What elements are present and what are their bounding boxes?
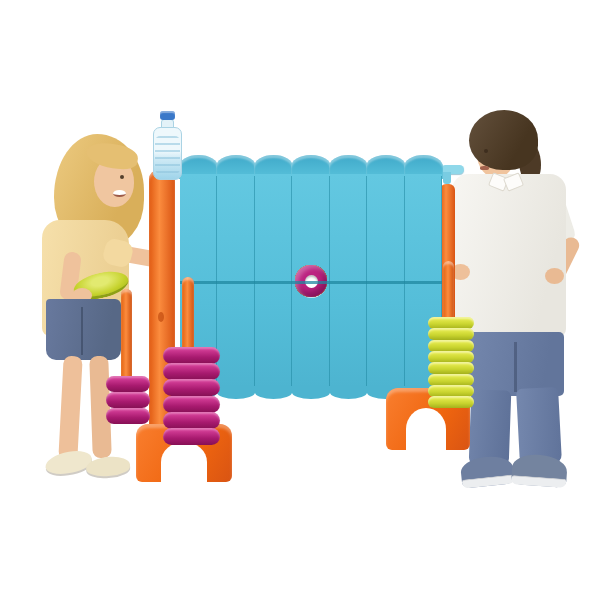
base-arch [406,408,446,450]
stack-disc-magenta [106,408,150,424]
water-bottle-neck [161,119,174,128]
stack-disc-yellow [428,362,474,374]
product-photo-scene [0,0,600,600]
release-slider-stem [443,172,451,184]
boy-right-leg [516,387,562,465]
stack-disc-magenta [163,347,220,364]
base-arch [161,442,207,482]
boy-polo-shirt [452,174,566,337]
girl-right-leg [89,356,112,459]
boy-left-sneaker [460,454,516,488]
stack-disc-yellow [428,351,474,363]
stack-disc-magenta [163,379,220,396]
sneaker-sole [462,474,516,488]
stack-disc-yellow [428,328,474,340]
boy-right-hand [545,268,564,284]
stack-disc-magenta [163,363,220,380]
boy-left-leg [469,389,512,466]
girl-right-shoe [85,455,130,477]
water-bottle-cap [160,111,175,120]
stack-disc-magenta [163,396,220,413]
stack-disc-yellow [428,317,474,329]
girl-left-leg [58,356,82,461]
stack-disc-yellow [428,340,474,352]
girl-denim-shorts [46,299,121,360]
boy-hair [469,110,538,170]
sneaker-sole [511,475,566,488]
girl-smile [113,190,126,197]
water-bottle-ribs [155,136,180,174]
disc-magenta [295,265,327,297]
boy-eye [484,149,488,153]
girl-left-shoe [44,448,94,477]
stack-disc-yellow [428,385,474,397]
stack-disc-magenta [163,412,220,429]
stack-disc-yellow [428,374,474,386]
girl-eye [120,175,124,179]
boy-mouth [480,166,489,170]
stack-disc-yellow [428,396,474,408]
stack-disc-magenta [106,376,150,392]
stack-disc-magenta [106,392,150,408]
post-screw-detail [158,312,164,322]
disc-center-hole [305,275,318,288]
stack-disc-magenta [163,428,220,445]
